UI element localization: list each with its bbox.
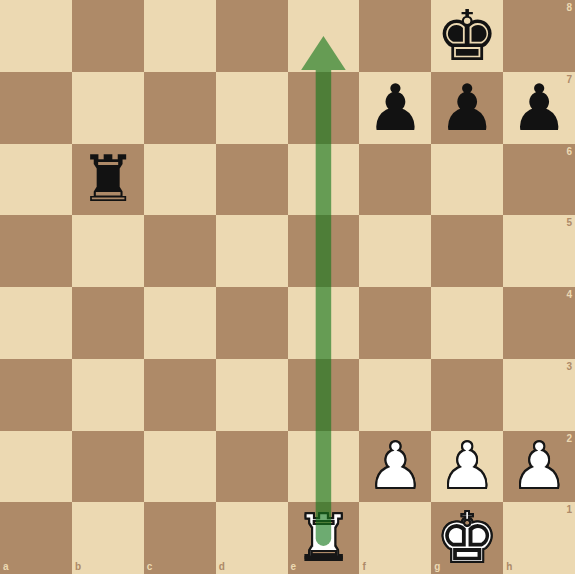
piece-white-king-g1[interactable]: ♚ bbox=[431, 502, 503, 574]
piece-black-pawn-h7[interactable]: ♟ bbox=[503, 72, 575, 144]
piece-white-pawn-f2[interactable]: ♟ bbox=[359, 431, 431, 503]
piece-black-king-g8[interactable]: ♚ bbox=[431, 0, 503, 72]
piece-white-rook-e1[interactable]: ♜ bbox=[288, 502, 360, 574]
piece-black-pawn-g7[interactable]: ♟ bbox=[431, 72, 503, 144]
piece-white-pawn-h2[interactable]: ♟ bbox=[503, 431, 575, 503]
piece-black-pawn-f7[interactable]: ♟ bbox=[359, 72, 431, 144]
chess-board: 8765432abcdefgh1 ♚♟♟♟♜♟♟♟♜♚ bbox=[0, 0, 575, 574]
piece-white-pawn-g2[interactable]: ♟ bbox=[431, 431, 503, 503]
piece-black-rook-b6[interactable]: ♜ bbox=[72, 144, 144, 216]
board-pieces: ♚♟♟♟♜♟♟♟♜♚ bbox=[0, 0, 575, 574]
